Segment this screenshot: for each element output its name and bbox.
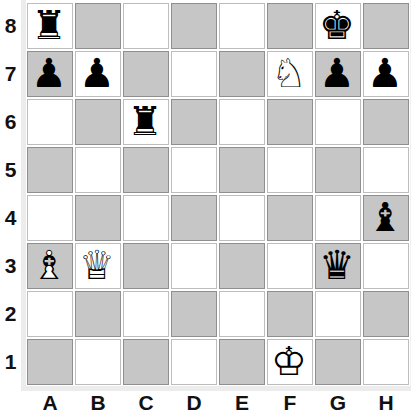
square-e6[interactable]	[219, 99, 265, 145]
square-g4[interactable]	[315, 195, 361, 241]
file-label-b: B	[74, 388, 122, 417]
square-d7[interactable]	[171, 51, 217, 97]
square-c1[interactable]	[123, 339, 169, 385]
piece-black-rook-a8[interactable]: ♜	[28, 4, 70, 46]
square-g2[interactable]	[315, 291, 361, 337]
square-a6[interactable]	[27, 99, 73, 145]
file-label-e: E	[218, 388, 266, 417]
square-b1[interactable]	[75, 339, 121, 385]
square-h8[interactable]	[363, 3, 409, 49]
square-h2[interactable]	[363, 291, 409, 337]
rank-label-5: 5	[0, 146, 21, 194]
square-g5[interactable]	[315, 147, 361, 193]
square-d8[interactable]	[171, 3, 217, 49]
piece-black-bishop-h4[interactable]: ♝	[364, 196, 406, 238]
square-f5[interactable]	[267, 147, 313, 193]
square-h4[interactable]: ♝	[363, 195, 409, 241]
square-h1[interactable]	[363, 339, 409, 385]
square-b4[interactable]	[75, 195, 121, 241]
square-d4[interactable]	[171, 195, 217, 241]
square-d2[interactable]	[171, 291, 217, 337]
square-a5[interactable]	[27, 147, 73, 193]
square-g8[interactable]: ♚	[315, 3, 361, 49]
square-e1[interactable]	[219, 339, 265, 385]
square-h7[interactable]: ♟	[363, 51, 409, 97]
file-label-h: H	[362, 388, 410, 417]
square-c2[interactable]	[123, 291, 169, 337]
square-d3[interactable]	[171, 243, 217, 289]
white-queen-fill: ♛	[76, 244, 118, 286]
file-label-f: F	[266, 388, 314, 417]
piece-white-king-f1[interactable]: ♔	[268, 340, 310, 382]
piece-black-pawn-g7[interactable]: ♟	[316, 52, 358, 94]
piece-black-pawn-a7[interactable]: ♟	[28, 52, 70, 94]
square-b5[interactable]	[75, 147, 121, 193]
square-g6[interactable]	[315, 99, 361, 145]
square-c7[interactable]	[123, 51, 169, 97]
chessboard-window: 87654321 ♜♚♟♟♞♘♟♟♜♝♝♗♛♕♛♚♔ ABCDEFGH	[0, 0, 418, 417]
piece-black-queen-g3[interactable]: ♛	[316, 244, 358, 286]
rank-label-7: 7	[0, 50, 21, 98]
square-e2[interactable]	[219, 291, 265, 337]
piece-white-knight-f7[interactable]: ♘	[268, 52, 310, 94]
piece-black-pawn-h7[interactable]: ♟	[364, 52, 406, 94]
square-g7[interactable]: ♟	[315, 51, 361, 97]
square-c5[interactable]	[123, 147, 169, 193]
square-b7[interactable]: ♟	[75, 51, 121, 97]
piece-white-bishop-a3[interactable]: ♗	[28, 244, 70, 286]
square-g1[interactable]	[315, 339, 361, 385]
rank-label-3: 3	[0, 242, 21, 290]
square-h3[interactable]	[363, 243, 409, 289]
square-e5[interactable]	[219, 147, 265, 193]
square-g3[interactable]: ♛	[315, 243, 361, 289]
piece-black-pawn-b7[interactable]: ♟	[76, 52, 118, 94]
square-a7[interactable]: ♟	[27, 51, 73, 97]
piece-white-queen-b3[interactable]: ♕	[76, 244, 118, 286]
square-c3[interactable]	[123, 243, 169, 289]
square-a4[interactable]	[27, 195, 73, 241]
square-f7[interactable]: ♞♘	[267, 51, 313, 97]
square-a2[interactable]	[27, 291, 73, 337]
square-c6[interactable]: ♜	[123, 99, 169, 145]
piece-black-rook-c6[interactable]: ♜	[124, 100, 166, 142]
square-a3[interactable]: ♝♗	[27, 243, 73, 289]
square-b8[interactable]	[75, 3, 121, 49]
rank-label-6: 6	[0, 98, 21, 146]
piece-black-king-g8[interactable]: ♚	[316, 4, 358, 46]
square-f4[interactable]	[267, 195, 313, 241]
square-d5[interactable]	[171, 147, 217, 193]
file-label-d: D	[170, 388, 218, 417]
file-labels: ABCDEFGH	[26, 388, 410, 417]
board-frame: ♜♚♟♟♞♘♟♟♜♝♝♗♛♕♛♚♔	[21, 0, 411, 391]
square-h6[interactable]	[363, 99, 409, 145]
rank-label-2: 2	[0, 290, 21, 338]
square-b6[interactable]	[75, 99, 121, 145]
file-label-g: G	[314, 388, 362, 417]
square-e4[interactable]	[219, 195, 265, 241]
rank-labels: 87654321	[0, 2, 21, 386]
rank-label-8: 8	[0, 2, 21, 50]
square-h5[interactable]	[363, 147, 409, 193]
square-e7[interactable]	[219, 51, 265, 97]
white-bishop-fill: ♝	[28, 244, 70, 286]
square-d6[interactable]	[171, 99, 217, 145]
square-a1[interactable]	[27, 339, 73, 385]
square-f3[interactable]	[267, 243, 313, 289]
square-e8[interactable]	[219, 3, 265, 49]
file-label-a: A	[26, 388, 74, 417]
square-e3[interactable]	[219, 243, 265, 289]
square-d1[interactable]	[171, 339, 217, 385]
square-f6[interactable]	[267, 99, 313, 145]
square-b2[interactable]	[75, 291, 121, 337]
rank-label-1: 1	[0, 338, 21, 386]
white-king-fill: ♚	[268, 340, 310, 382]
square-f1[interactable]: ♚♔	[267, 339, 313, 385]
square-b3[interactable]: ♛♕	[75, 243, 121, 289]
white-knight-fill: ♞	[268, 52, 310, 94]
square-f8[interactable]	[267, 3, 313, 49]
square-c4[interactable]	[123, 195, 169, 241]
square-a8[interactable]: ♜	[27, 3, 73, 49]
rank-label-4: 4	[0, 194, 21, 242]
chess-board[interactable]: ♜♚♟♟♞♘♟♟♜♝♝♗♛♕♛♚♔	[26, 2, 410, 386]
file-label-c: C	[122, 388, 170, 417]
square-c8[interactable]	[123, 3, 169, 49]
square-f2[interactable]	[267, 291, 313, 337]
